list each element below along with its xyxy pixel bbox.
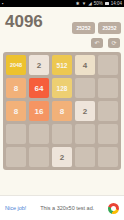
- tile-64: 64: [29, 78, 49, 98]
- tile-8: 8: [6, 78, 26, 98]
- header-buttons: ↶ ⟳: [91, 38, 120, 48]
- tile-512: 512: [52, 55, 72, 75]
- empty-cell: [75, 78, 95, 98]
- empty-cell: [75, 124, 95, 144]
- empty-cell: [98, 101, 118, 121]
- empty-cell: [75, 147, 95, 167]
- empty-cell: [98, 55, 118, 75]
- empty-cell: [52, 124, 72, 144]
- tile-2: 2: [29, 55, 49, 75]
- undo-button[interactable]: ↶: [91, 38, 103, 48]
- notification-icon: ▪: [2, 0, 4, 7]
- score-panel: 25252 25252: [72, 22, 121, 34]
- best-score-box: 25252: [98, 22, 121, 34]
- empty-cell: [98, 124, 118, 144]
- refresh-icon: ⟳: [111, 40, 116, 46]
- google-ad-icon: [108, 203, 119, 214]
- empty-cell: [98, 147, 118, 167]
- tile-2048: 2048: [6, 55, 26, 75]
- tile-8: 8: [6, 101, 26, 121]
- game-title: 4096: [5, 12, 43, 32]
- tile-8: 8: [52, 101, 72, 121]
- game-board[interactable]: 204825124864128816822: [3, 52, 121, 170]
- vibrate-icon: ✱: [76, 0, 80, 7]
- battery-icon: [105, 2, 109, 5]
- score-box: 25252: [72, 22, 95, 34]
- ad-text: This a 320x50 test ad.: [26, 205, 108, 211]
- empty-cell: [98, 78, 118, 98]
- ad-banner[interactable]: Nice job! This a 320x50 test ad.: [0, 195, 124, 220]
- tile-2: 2: [52, 147, 72, 167]
- phone-screen: ▪ ✱ ▼ ◢ 50% 14:04 4096 25252 25252 ↶ ⟳ 2…: [0, 0, 124, 220]
- tile-128: 128: [52, 78, 72, 98]
- tile-4: 4: [75, 55, 95, 75]
- empty-cell: [6, 147, 26, 167]
- empty-cell: [6, 124, 26, 144]
- status-bar: ▪ ✱ ▼ ◢ 50% 14:04: [0, 0, 124, 7]
- empty-cell: [29, 147, 49, 167]
- empty-cell: [29, 124, 49, 144]
- wifi-icon: ▼: [82, 0, 86, 7]
- tile-2: 2: [75, 101, 95, 121]
- status-time: 14:04: [111, 0, 122, 7]
- battery-percent: 50%: [94, 0, 103, 7]
- ad-cta-link[interactable]: Nice job!: [5, 205, 26, 211]
- undo-icon: ↶: [94, 40, 99, 46]
- new-game-button[interactable]: ⟳: [108, 38, 120, 48]
- tile-16: 16: [29, 101, 49, 121]
- signal-icon: ◢: [88, 0, 91, 7]
